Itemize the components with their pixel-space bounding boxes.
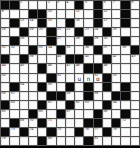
- cell-r13-c12[interactable]: 68: [103, 110, 111, 118]
- cell-r5-c5[interactable]: [38, 37, 46, 45]
- cell-r10-c6[interactable]: 55: [47, 83, 55, 91]
- clue-number: 74: [29, 128, 33, 132]
- black-cell-r1-c1: [1, 1, 9, 9]
- cell-r15-c7[interactable]: 75: [57, 128, 65, 136]
- cell-r9-c11[interactable]: 52o: [94, 74, 102, 82]
- cell-r15-c4[interactable]: 74: [29, 128, 37, 136]
- clue-number: 47: [66, 64, 70, 68]
- cell-r8-c6[interactable]: 46: [47, 64, 55, 72]
- clue-number: 5: [85, 1, 87, 5]
- cell-r4-c7[interactable]: 21: [57, 28, 65, 36]
- cell-r12-c13[interactable]: 64: [112, 101, 120, 109]
- cell-r15-c5[interactable]: [38, 128, 46, 136]
- clue-number: 11: [76, 10, 80, 14]
- cell-r13-c15[interactable]: [131, 110, 139, 118]
- cell-r1-c3[interactable]: 1: [20, 1, 28, 9]
- clue-number: 21: [57, 28, 61, 32]
- black-cell-r15-c9: [75, 128, 83, 136]
- cell-r4-c13[interactable]: 25: [112, 28, 120, 36]
- clue-number: 58: [66, 92, 70, 96]
- cell-r13-c8[interactable]: 67: [66, 110, 74, 118]
- cell-r15-c10[interactable]: 76: [84, 128, 92, 136]
- cell-r5-c12[interactable]: 30: [103, 37, 111, 45]
- cell-r15-c13[interactable]: 78: [112, 128, 120, 136]
- black-cell-r3-c5: [38, 19, 46, 27]
- cell-r12-c2[interactable]: 60: [10, 101, 18, 109]
- cell-r12-c3[interactable]: [20, 101, 28, 109]
- cell-r4-c2[interactable]: [10, 28, 18, 36]
- black-cell-r10-c5: [38, 83, 46, 91]
- cell-r6-c1[interactable]: 31: [1, 46, 9, 54]
- cell-r12-c15[interactable]: [131, 101, 139, 109]
- black-cell-r13-c11: [94, 110, 102, 118]
- cell-r7-c7[interactable]: 40: [57, 55, 65, 63]
- cell-r7-c2[interactable]: [10, 55, 18, 63]
- cell-r9-c7[interactable]: 51: [57, 74, 65, 82]
- cell-r5-c11[interactable]: 29: [94, 37, 102, 45]
- cell-r3-c1[interactable]: [1, 19, 9, 27]
- cell-r8-c13[interactable]: [112, 64, 120, 72]
- cell-r10-c4[interactable]: [29, 83, 37, 91]
- black-cell-r1-c9: [75, 1, 83, 9]
- cell-r12-c9[interactable]: 62: [75, 101, 83, 109]
- black-cell-r3-c11: [94, 19, 102, 27]
- clue-number: 7: [113, 1, 115, 5]
- black-cell-r12-c5: [38, 101, 46, 109]
- cell-r4-c14[interactable]: [121, 28, 129, 36]
- clue-number: 37: [103, 46, 107, 50]
- cell-r7-c4[interactable]: 39: [29, 55, 37, 63]
- clue-number: 28: [76, 37, 80, 41]
- cell-r13-c5[interactable]: 66: [38, 110, 46, 118]
- cell-r9-c9[interactable]: u: [75, 74, 83, 82]
- clue-number: 64: [113, 101, 117, 105]
- cell-r11-c12[interactable]: [103, 92, 111, 100]
- cell-r9-c4[interactable]: [29, 74, 37, 82]
- clue-number: 25: [113, 28, 117, 32]
- black-cell-r10-c10: [84, 83, 92, 91]
- clue-number: 77: [94, 128, 98, 132]
- clue-number: 61: [48, 101, 52, 105]
- clue-number: 62: [76, 101, 80, 105]
- clue-number: 45: [20, 64, 24, 68]
- cell-r2-c15[interactable]: [131, 10, 139, 18]
- clue-number: 35: [66, 46, 70, 50]
- cell-r5-c7[interactable]: 27: [57, 37, 65, 45]
- black-cell-r13-c4: [29, 110, 37, 118]
- cell-r12-c6[interactable]: 61: [47, 101, 55, 109]
- cell-r15-c2[interactable]: 73: [10, 128, 18, 136]
- black-cell-r16-c5: [38, 137, 46, 145]
- clue-number: 68: [103, 110, 107, 114]
- cell-r2-c1[interactable]: 9: [1, 10, 9, 18]
- black-cell-r2-c4: [29, 10, 37, 18]
- clue-number: 79: [2, 137, 6, 141]
- black-cell-r15-c1: [1, 128, 9, 136]
- cell-r16-c14[interactable]: [121, 137, 129, 145]
- clue-number: 14: [29, 19, 33, 23]
- clue-number: 51: [57, 74, 61, 78]
- cell-r13-c3[interactable]: [20, 110, 28, 118]
- clue-number: 10: [48, 10, 52, 14]
- clue-number: 71: [48, 119, 52, 123]
- cell-r8-c3[interactable]: 45: [20, 64, 28, 72]
- black-cell-r2-c14: [121, 10, 129, 18]
- clue-number: 48: [76, 64, 80, 68]
- cell-r16-c12[interactable]: [103, 137, 111, 145]
- cell-r13-c9[interactable]: [75, 110, 83, 118]
- cell-r2-c8[interactable]: [66, 10, 74, 18]
- black-cell-r12-c1: [1, 101, 9, 109]
- crossword-image-frame: 1234567891011121314151617181920212223242…: [0, 0, 140, 148]
- clue-number: 20: [39, 28, 43, 32]
- black-cell-r13-c7: [57, 110, 65, 118]
- crossword-board: 1234567891011121314151617181920212223242…: [0, 0, 140, 146]
- cell-r13-c1[interactable]: 65: [1, 110, 9, 118]
- cell-r7-c5[interactable]: [38, 55, 46, 63]
- cell-r10-c13[interactable]: [112, 83, 120, 91]
- cell-r7-c14[interactable]: [121, 55, 129, 63]
- cell-r8-c14[interactable]: [121, 64, 129, 72]
- cell-r5-c1[interactable]: [1, 37, 9, 45]
- cell-r11-c9[interactable]: [75, 92, 83, 100]
- cell-r2-c9[interactable]: 11: [75, 10, 83, 18]
- cell-r8-c4[interactable]: [29, 64, 37, 72]
- cell-r16-c13[interactable]: [112, 137, 120, 145]
- cell-r10-c3[interactable]: 54: [20, 83, 28, 91]
- black-cell-r3-c8: [66, 19, 74, 27]
- black-cell-r8-c5: [38, 64, 46, 72]
- clue-number: 3: [57, 1, 59, 5]
- clue-number: 40: [57, 55, 61, 59]
- cell-r4-c1[interactable]: 18: [1, 28, 9, 36]
- cell-r1-c4[interactable]: [29, 1, 37, 9]
- cell-r11-c2[interactable]: 57: [10, 92, 18, 100]
- cell-r6-c2[interactable]: 32: [10, 46, 18, 54]
- clue-number: 34: [48, 46, 52, 50]
- cell-r10-c1[interactable]: [1, 83, 9, 91]
- cell-r5-c15[interactable]: [131, 37, 139, 45]
- cell-r6-c10[interactable]: 36: [84, 46, 92, 54]
- clue-number: 9: [2, 10, 4, 14]
- cell-r15-c8[interactable]: [66, 128, 74, 136]
- cell-r6-c14[interactable]: 38: [121, 46, 129, 54]
- cell-r4-c11[interactable]: 24: [94, 28, 102, 36]
- black-cell-r7-c12: [103, 55, 111, 63]
- cell-r6-c13[interactable]: [112, 46, 120, 54]
- cell-r5-c13[interactable]: [112, 37, 120, 45]
- clue-number: 56: [2, 92, 6, 96]
- cell-r14-c12[interactable]: [103, 119, 111, 127]
- cell-r2-c3[interactable]: [20, 10, 28, 18]
- cell-r1-c7[interactable]: 3: [57, 1, 65, 9]
- cell-r7-c15[interactable]: 43: [131, 55, 139, 63]
- black-cell-r7-c9: [75, 55, 83, 63]
- clue-number: 76: [85, 128, 89, 132]
- black-cell-r11-c13: [112, 92, 120, 100]
- cell-r7-c6[interactable]: [47, 55, 55, 63]
- cell-r7-c11[interactable]: [94, 55, 102, 63]
- black-cell-r1-c2: [10, 1, 18, 9]
- cell-r1-c8[interactable]: 4: [66, 1, 74, 9]
- cell-letter: u: [75, 75, 83, 82]
- cell-r5-c8[interactable]: [66, 37, 74, 45]
- cell-r16-c4[interactable]: [29, 137, 37, 145]
- cell-r9-c1[interactable]: 50: [1, 74, 9, 82]
- cell-r8-c12[interactable]: 49: [103, 64, 111, 72]
- cell-r6-c12[interactable]: 37: [103, 46, 111, 54]
- black-cell-r4-c3: [20, 28, 28, 36]
- cell-r8-c7[interactable]: [57, 64, 65, 72]
- clue-number: 18: [2, 28, 6, 32]
- clue-number: 59: [94, 92, 98, 96]
- cell-r16-c15[interactable]: [131, 137, 139, 145]
- clue-number: 24: [94, 28, 98, 32]
- clue-number: 12: [103, 10, 107, 14]
- cell-r2-c13[interactable]: [112, 10, 120, 18]
- clue-number: 72: [122, 119, 126, 123]
- cell-r11-c5[interactable]: [38, 92, 46, 100]
- black-cell-r11-c14: [121, 92, 129, 100]
- cell-r8-c8[interactable]: 47: [66, 64, 74, 72]
- clue-number: 31: [2, 46, 6, 50]
- clue-number: 6: [103, 1, 105, 5]
- cell-r13-c10[interactable]: [84, 110, 92, 118]
- cell-r9-c3[interactable]: [20, 74, 28, 82]
- black-cell-r3-c14: [121, 19, 129, 27]
- clue-number: 29: [94, 37, 98, 41]
- cell-r10-c7[interactable]: [57, 83, 65, 91]
- black-cell-r4-c6: [47, 28, 55, 36]
- cell-r3-c3[interactable]: 13: [20, 19, 28, 27]
- clue-number: 80: [48, 137, 52, 141]
- clue-number: 73: [11, 128, 15, 132]
- clue-number: 1: [20, 1, 22, 5]
- clue-number: 26: [20, 37, 24, 41]
- cell-r11-c8[interactable]: 58: [66, 92, 74, 100]
- cell-r3-c9[interactable]: 16: [75, 19, 83, 27]
- clue-number: 63: [85, 101, 89, 105]
- cell-r1-c13[interactable]: 7: [112, 1, 120, 9]
- cell-r8-c2[interactable]: [10, 64, 18, 72]
- cell-r14-c3[interactable]: 69: [20, 119, 28, 127]
- cell-r14-c4[interactable]: 70: [29, 119, 37, 127]
- cell-r1-c15[interactable]: 8: [131, 1, 139, 9]
- cell-r5-c9[interactable]: 28: [75, 37, 83, 45]
- cell-r16-c8[interactable]: [66, 137, 74, 145]
- black-cell-r16-c10: [84, 137, 92, 145]
- cell-r14-c8[interactable]: [66, 119, 74, 127]
- cell-r11-c11[interactable]: 59: [94, 92, 102, 100]
- clue-number: 42: [113, 55, 117, 59]
- clue-number: 54: [20, 83, 24, 87]
- clue-number: 66: [39, 110, 43, 114]
- black-cell-r10-c14: [121, 83, 129, 91]
- cell-r3-c13[interactable]: [112, 19, 120, 27]
- cell-r5-c4[interactable]: [29, 37, 37, 45]
- cell-r16-c2[interactable]: [10, 137, 18, 145]
- cell-r4-c4[interactable]: 19: [29, 28, 37, 36]
- cell-r3-c6[interactable]: 15: [47, 19, 55, 27]
- black-cell-r6-c15: [131, 46, 139, 54]
- cell-r12-c14[interactable]: [121, 101, 129, 109]
- clue-number: 33: [39, 46, 43, 50]
- cell-r15-c15[interactable]: [131, 128, 139, 136]
- cell-r2-c10[interactable]: [84, 10, 92, 18]
- black-cell-r1-c11: [94, 1, 102, 9]
- cell-r7-c10[interactable]: 41: [84, 55, 92, 63]
- cell-r1-c6[interactable]: 2: [47, 1, 55, 9]
- clue-number: 23: [85, 28, 89, 32]
- cell-r9-c8[interactable]: [66, 74, 74, 82]
- cell-r14-c6[interactable]: 71: [47, 119, 55, 127]
- cell-r16-c9[interactable]: [75, 137, 83, 145]
- cell-r15-c11[interactable]: 77: [94, 128, 102, 136]
- cell-r14-c1[interactable]: [1, 119, 9, 127]
- black-cell-r5-c6: [47, 37, 55, 45]
- black-cell-r5-c14: [121, 37, 129, 45]
- clue-number: 41: [85, 55, 89, 59]
- cell-r9-c14[interactable]: [121, 74, 129, 82]
- black-cell-r3-c2: [10, 19, 18, 27]
- black-cell-r6-c4: [29, 46, 37, 54]
- clue-number: 53: [113, 74, 117, 78]
- cell-r9-c15[interactable]: [131, 74, 139, 82]
- cell-r6-c8[interactable]: 35: [66, 46, 74, 54]
- cell-r9-c13[interactable]: 53: [112, 74, 120, 82]
- cell-r2-c12[interactable]: 12: [103, 10, 111, 18]
- cell-r16-c7[interactable]: [57, 137, 65, 145]
- clue-number: 4: [66, 1, 68, 5]
- cell-r11-c15[interactable]: [131, 92, 139, 100]
- clue-number: 50: [2, 74, 6, 78]
- cell-r3-c10[interactable]: [84, 19, 92, 27]
- cell-r11-c3[interactable]: [20, 92, 28, 100]
- black-cell-r1-c14: [121, 1, 129, 9]
- clue-number: 78: [113, 128, 117, 132]
- clue-number: 27: [57, 37, 61, 41]
- clue-number: 57: [11, 92, 15, 96]
- clue-number: 36: [85, 46, 89, 50]
- black-cell-r15-c3: [20, 128, 28, 136]
- cell-r10-c9[interactable]: [75, 83, 83, 91]
- cell-r10-c15[interactable]: [131, 83, 139, 91]
- cell-r11-c4[interactable]: [29, 92, 37, 100]
- cell-r8-c15[interactable]: [131, 64, 139, 72]
- cell-r1-c5[interactable]: [38, 1, 46, 9]
- cell-r7-c13[interactable]: 42: [112, 55, 120, 63]
- black-cell-r4-c9: [75, 28, 83, 36]
- black-cell-r15-c12: [103, 128, 111, 136]
- black-cell-r11-c10: [84, 92, 92, 100]
- cell-r14-c7[interactable]: [57, 119, 65, 127]
- black-cell-r14-c11: [94, 119, 102, 127]
- black-cell-r14-c10: [84, 119, 92, 127]
- cell-r12-c10[interactable]: 63: [84, 101, 92, 109]
- cell-r9-c5[interactable]: [38, 74, 46, 82]
- black-cell-r10-c2: [10, 83, 18, 91]
- clue-number: 39: [29, 55, 33, 59]
- cell-r3-c15[interactable]: [131, 19, 139, 27]
- clue-number: 30: [103, 37, 107, 41]
- clue-number: 69: [20, 119, 24, 123]
- clue-number: 32: [11, 46, 15, 50]
- cell-r1-c10[interactable]: 5: [84, 1, 92, 9]
- cell-r12-c7[interactable]: [57, 101, 65, 109]
- cell-r8-c1[interactable]: 44: [1, 64, 9, 72]
- cell-r3-c12[interactable]: 17: [103, 19, 111, 27]
- clue-number: 70: [29, 119, 33, 123]
- cell-r4-c10[interactable]: 23: [84, 28, 92, 36]
- cell-r2-c6[interactable]: 10: [47, 10, 55, 18]
- cell-r13-c2[interactable]: [10, 110, 18, 118]
- black-cell-r10-c12: [103, 83, 111, 91]
- cell-r1-c12[interactable]: 6: [103, 1, 111, 9]
- clue-number: 65: [2, 110, 6, 114]
- black-cell-r2-c5: [38, 10, 46, 18]
- cell-r4-c5[interactable]: 20: [38, 28, 46, 36]
- cell-r9-c10[interactable]: n: [84, 74, 92, 82]
- cell-r2-c2[interactable]: [10, 10, 18, 18]
- clue-number: 67: [66, 110, 70, 114]
- black-cell-r2-c11: [94, 10, 102, 18]
- cell-r13-c6[interactable]: [47, 110, 55, 118]
- clue-number: 44: [2, 64, 6, 68]
- black-cell-r9-c12: [103, 74, 111, 82]
- clue-number: 17: [103, 19, 107, 23]
- cell-r6-c6[interactable]: 34: [47, 46, 55, 54]
- clue-number: 22: [66, 28, 70, 32]
- cell-r12-c4[interactable]: [29, 101, 37, 109]
- black-cell-r13-c14: [121, 110, 129, 118]
- cell-r15-c14[interactable]: [121, 128, 129, 136]
- cell-r16-c6[interactable]: 80: [47, 137, 55, 145]
- cell-r14-c9[interactable]: [75, 119, 83, 127]
- black-cell-r14-c5: [38, 119, 46, 127]
- cell-r3-c7[interactable]: [57, 19, 65, 27]
- cell-r14-c15[interactable]: [131, 119, 139, 127]
- cell-r13-c13[interactable]: [112, 110, 120, 118]
- clue-number: 19: [29, 28, 33, 32]
- cell-r11-c1[interactable]: 56: [1, 92, 9, 100]
- cell-r12-c11[interactable]: [94, 101, 102, 109]
- cell-r4-c8[interactable]: 22: [66, 28, 74, 36]
- clue-number: 43: [131, 55, 135, 59]
- black-cell-r14-c2: [10, 119, 18, 127]
- clue-number: 81: [94, 137, 98, 141]
- cell-r6-c3[interactable]: [20, 46, 28, 54]
- black-cell-r9-c6: [47, 74, 55, 82]
- cell-r10-c11[interactable]: [94, 83, 102, 91]
- cell-r3-c4[interactable]: 14: [29, 19, 37, 27]
- black-cell-r10-c8: [66, 83, 74, 91]
- cell-r5-c3[interactable]: 26: [20, 37, 28, 45]
- clue-number: 8: [131, 1, 133, 5]
- cell-letter: o: [94, 75, 102, 82]
- cell-r4-c15[interactable]: [131, 28, 139, 36]
- cell-r6-c9[interactable]: [75, 46, 83, 54]
- cell-r14-c14[interactable]: 72: [121, 119, 129, 127]
- cell-r2-c7[interactable]: [57, 10, 65, 18]
- black-cell-r7-c1: [1, 55, 9, 63]
- cell-r16-c3[interactable]: [20, 137, 28, 145]
- cell-r6-c5[interactable]: 33: [38, 46, 46, 54]
- cell-r16-c11[interactable]: 81: [94, 137, 102, 145]
- cell-r8-c9[interactable]: 48: [75, 64, 83, 72]
- cell-r9-c2[interactable]: [10, 74, 18, 82]
- black-cell-r8-c11: [94, 64, 102, 72]
- cell-r16-c1[interactable]: 79: [1, 137, 9, 145]
